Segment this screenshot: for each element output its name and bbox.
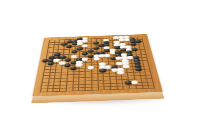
stone-white — [82, 40, 88, 43]
stone-black — [99, 68, 106, 72]
stone-white — [131, 80, 139, 84]
stone-black — [77, 47, 83, 50]
stone-white — [82, 44, 88, 47]
go-board — [32, 34, 162, 96]
stone-black — [135, 40, 142, 43]
stone-black — [47, 61, 54, 65]
stone-black — [130, 43, 137, 46]
stone-black — [131, 48, 138, 51]
stone-black — [66, 45, 72, 48]
stone-black — [93, 46, 99, 49]
stone-white — [82, 57, 88, 61]
stone-black — [70, 66, 77, 70]
stone-white — [76, 63, 83, 67]
stones-layer — [40, 37, 155, 93]
stone-white — [122, 65, 129, 69]
stone-white — [93, 57, 99, 61]
board-tilt-wrapper — [0, 0, 200, 128]
stone-white — [117, 71, 124, 75]
stone-white — [87, 66, 94, 70]
stone-black — [71, 50, 77, 53]
stone-black — [135, 67, 142, 71]
photo-background — [0, 0, 200, 128]
